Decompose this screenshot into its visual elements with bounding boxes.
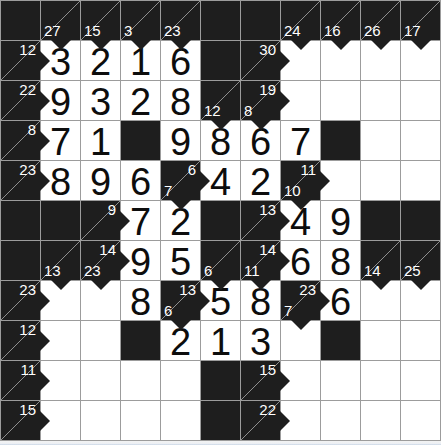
across-arrow-icon [280,411,290,431]
cell-r4c3[interactable]: 6 [121,161,160,200]
cell-r10c2[interactable] [81,401,120,440]
across-clue-value: 8 [28,122,36,139]
across-clue-value: 15 [19,402,36,419]
down-arrow-icon [251,120,271,130]
cell-r1c6: 30 [241,41,280,80]
across-arrow-icon [40,411,50,431]
cell-digit: 9 [170,123,191,161]
cell-r0c3: 3 [121,1,160,40]
across-arrow-icon [280,91,290,111]
down-clue-value: 24 [284,23,301,40]
cell-digit: 2 [250,163,271,201]
across-clue-value: 22 [19,82,36,99]
cell-r5c9 [361,201,400,240]
cell-r6c5: 6 [201,241,240,280]
cell-digit: 1 [90,123,111,161]
cell-r8c0: 12 [1,321,40,360]
across-arrow-icon [120,251,130,271]
cell-r10c4[interactable] [161,401,200,440]
kakuro-board: 2715323241626171232163022932812819871986… [0,0,441,441]
cell-r9c8[interactable] [321,361,360,400]
cell-digit: 9 [90,163,111,201]
across-arrow-icon [280,51,290,71]
cell-r2c2[interactable]: 3 [81,81,120,120]
down-arrow-icon [171,200,191,210]
cell-digit: 9 [130,243,151,281]
across-clue-value: 22 [259,402,276,419]
cell-r5c0 [1,201,40,240]
down-arrow-icon [91,280,111,290]
cell-r3c0: 8 [1,121,40,160]
cell-r10c10[interactable] [401,401,440,440]
across-arrow-icon [320,291,330,311]
cell-r4c10[interactable] [401,161,440,200]
cell-r2c3[interactable]: 2 [121,81,160,120]
cell-r5c1 [41,201,80,240]
cell-r8c5[interactable]: 1 [201,321,240,360]
across-arrow-icon [40,331,50,351]
across-clue-value: 14 [259,242,276,259]
cell-r0c5 [201,1,240,40]
across-clue-value: 12 [19,42,36,59]
across-arrow-icon [40,131,50,151]
down-clue-value: 12 [204,103,221,120]
across-clue-value: 23 [19,282,36,299]
cell-digit: 8 [50,163,71,201]
cell-r10c0: 15 [1,401,40,440]
down-arrow-icon [291,320,311,330]
down-clue-value: 7 [284,303,292,320]
cell-r8c9[interactable] [361,321,400,360]
cell-digit: 4 [210,163,231,201]
cell-digit: 7 [130,203,151,241]
cell-r0c4: 23 [161,1,200,40]
across-arrow-icon [280,251,290,271]
down-arrow-icon [51,280,71,290]
cell-digit: 3 [250,323,271,361]
cell-digit: 9 [330,203,351,241]
cell-r7c4: 613 [161,281,200,320]
down-clue-value: 17 [404,23,421,40]
cell-r4c4: 76 [161,161,200,200]
cell-r6c2: 2314 [81,241,120,280]
cell-r6c1: 13 [41,241,80,280]
across-arrow-icon [200,171,210,191]
cell-r2c9[interactable] [361,81,400,120]
across-arrow-icon [280,371,290,391]
cell-r3c9[interactable] [361,121,400,160]
cell-r2c4[interactable]: 8 [161,81,200,120]
cell-r1c0: 12 [1,41,40,80]
across-clue-value: 12 [19,322,36,339]
across-arrow-icon [40,371,50,391]
cell-digit: 8 [330,243,351,281]
cell-r2c6: 819 [241,81,280,120]
cell-r5c8[interactable]: 9 [321,201,360,240]
cell-r0c1: 27 [41,1,80,40]
down-clue-value: 7 [164,183,172,200]
down-arrow-icon [371,40,391,50]
across-clue-value: 13 [179,282,196,299]
cell-r9c0: 11 [1,361,40,400]
across-clue-value: 11 [300,162,316,179]
cell-r6c8[interactable]: 8 [321,241,360,280]
cell-digit: 6 [290,243,311,281]
down-clue-value: 14 [364,263,381,280]
down-arrow-icon [51,40,71,50]
cell-r0c2: 15 [81,1,120,40]
cell-r8c2[interactable] [81,321,120,360]
cell-r3c3 [121,121,160,160]
cell-r9c6: 15 [241,361,280,400]
down-arrow-icon [411,40,431,50]
down-clue-value: 6 [164,303,172,320]
across-arrow-icon [40,291,50,311]
across-arrow-icon [280,211,290,231]
cell-r8c10[interactable] [401,321,440,360]
cell-r7c7: 723 [281,281,320,320]
cell-r6c4[interactable]: 5 [161,241,200,280]
cell-r3c4[interactable]: 9 [161,121,200,160]
down-arrow-icon [211,280,231,290]
cell-digit: 9 [50,83,71,121]
cell-digit: 7 [290,123,311,161]
down-arrow-icon [131,40,151,50]
cell-r6c6: 1114 [241,241,280,280]
down-clue-value: 13 [44,263,61,280]
cell-digit: 6 [330,283,351,321]
down-arrow-icon [171,40,191,50]
cell-r5c6: 13 [241,201,280,240]
cell-r5c2: 9 [81,201,120,240]
down-arrow-icon [91,40,111,50]
cell-r2c10[interactable] [401,81,440,120]
down-clue-value: 26 [364,23,381,40]
across-clue-value: 23 [19,162,36,179]
cell-r6c9: 14 [361,241,400,280]
cell-r7c0: 23 [1,281,40,320]
down-clue-value: 15 [84,23,101,40]
cell-r0c0 [1,1,40,40]
cell-r0c9: 26 [361,1,400,40]
across-clue-value: 13 [259,202,276,219]
cell-digit: 5 [170,243,191,281]
kakuro-app: 2715323241626171232163022932812819871986… [0,0,441,445]
across-clue-value: 30 [259,42,276,59]
down-clue-value: 8 [244,103,252,120]
cell-r3c2[interactable]: 1 [81,121,120,160]
bottom-edge [0,441,441,445]
down-clue-value: 6 [204,263,212,280]
cell-r8c6[interactable]: 3 [241,321,280,360]
down-clue-value: 27 [44,23,61,40]
cell-r9c4[interactable] [161,361,200,400]
down-arrow-icon [291,40,311,50]
down-clue-value: 23 [84,263,101,280]
cell-r4c0: 23 [1,161,40,200]
across-clue-value: 6 [188,162,196,179]
cell-r5c10 [401,201,440,240]
cell-r1c5 [201,41,240,80]
across-arrow-icon [40,171,50,191]
across-arrow-icon [40,91,50,111]
down-arrow-icon [331,40,351,50]
across-arrow-icon [320,171,330,191]
cell-digit: 1 [210,323,231,361]
cell-r10c9[interactable] [361,401,400,440]
cell-digit: 3 [90,83,111,121]
cell-r8c3 [121,321,160,360]
down-clue-value: 11 [244,263,260,280]
cell-digit: 2 [130,83,151,121]
cell-r0c10: 17 [401,1,440,40]
cell-r3c7[interactable]: 7 [281,121,320,160]
cell-r4c7: 1011 [281,161,320,200]
down-arrow-icon [411,280,431,290]
cell-r2c0: 22 [1,81,40,120]
cell-r9c5 [201,361,240,400]
cell-r4c6[interactable]: 2 [241,161,280,200]
cell-r2c5: 12 [201,81,240,120]
across-clue-value: 19 [259,82,276,99]
down-arrow-icon [251,280,271,290]
cell-r4c2[interactable]: 9 [81,161,120,200]
down-arrow-icon [291,200,311,210]
cell-r9c2[interactable] [81,361,120,400]
cell-digit: 8 [130,283,151,321]
down-clue-value: 16 [324,23,341,40]
down-arrow-icon [171,320,191,330]
down-clue-value: 3 [124,23,132,40]
cell-r0c8: 16 [321,1,360,40]
down-arrow-icon [211,120,231,130]
cell-r9c3[interactable] [121,361,160,400]
across-clue-value: 9 [108,202,116,219]
cell-r6c10: 25 [401,241,440,280]
across-arrow-icon [40,51,50,71]
cell-r10c3[interactable] [121,401,160,440]
across-arrow-icon [120,211,130,231]
cell-r10c6: 22 [241,401,280,440]
cell-r8c8 [321,321,360,360]
cell-digit: 6 [130,163,151,201]
across-clue-value: 14 [99,242,116,259]
down-clue-value: 23 [164,23,181,40]
down-arrow-icon [371,280,391,290]
cell-r2c8[interactable] [321,81,360,120]
cell-r6c0 [1,241,40,280]
cell-r9c9[interactable] [361,361,400,400]
across-clue-value: 23 [299,282,316,299]
across-clue-value: 15 [259,362,276,379]
cell-digit: 8 [170,83,191,121]
across-arrow-icon [200,291,210,311]
across-clue-value: 11 [20,362,36,379]
cell-r3c8 [321,121,360,160]
cell-r7c3[interactable]: 8 [121,281,160,320]
cell-r5c5 [201,201,240,240]
down-clue-value: 10 [284,183,301,200]
cell-digit: 7 [50,123,71,161]
cell-r3c10[interactable] [401,121,440,160]
cell-r10c5 [201,401,240,440]
down-clue-value: 25 [404,263,421,280]
cell-r4c9[interactable] [361,161,400,200]
cell-r0c6 [241,1,280,40]
cell-r10c8[interactable] [321,401,360,440]
cell-r0c7: 24 [281,1,320,40]
cell-r9c10[interactable] [401,361,440,400]
